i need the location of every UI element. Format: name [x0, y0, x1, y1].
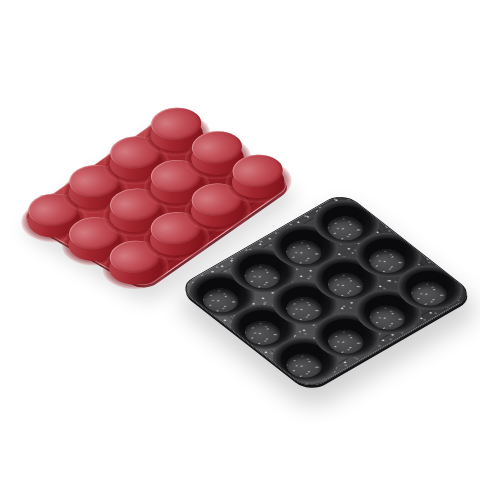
- product-photo-canvas: [0, 0, 480, 480]
